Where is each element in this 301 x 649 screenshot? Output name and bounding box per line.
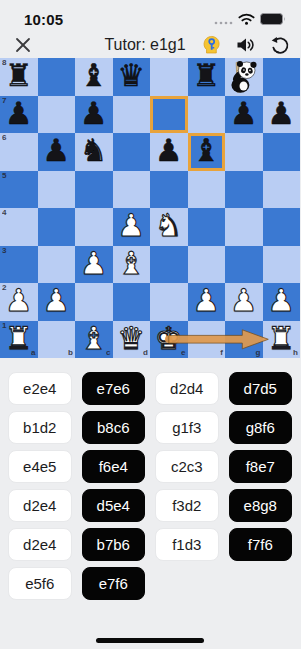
square-f1[interactable]: f: [188, 321, 226, 359]
square-h6[interactable]: [263, 133, 301, 171]
move-button-g8f6[interactable]: g8f6: [229, 411, 293, 444]
square-b8[interactable]: [38, 58, 76, 96]
file-label-h: h: [293, 349, 298, 357]
move-button-f3d2[interactable]: f3d2: [155, 489, 219, 522]
white-king: ♚: [155, 323, 183, 354]
white-pawn: ♟: [5, 285, 33, 316]
battery-icon: [260, 13, 286, 25]
square-e2[interactable]: [150, 283, 188, 321]
black-bishop: ♝: [80, 60, 108, 91]
square-h3[interactable]: [263, 246, 301, 284]
white-pawn: ♟: [42, 285, 70, 316]
black-knight: ♞: [80, 135, 108, 166]
square-c3[interactable]: ♟: [75, 246, 113, 284]
square-d3[interactable]: ♝: [113, 246, 151, 284]
square-c6[interactable]: ♞: [75, 133, 113, 171]
black-queen: ♛: [117, 60, 145, 91]
panda-king-avatar: [226, 59, 262, 95]
cellular-signal-icon: [214, 13, 233, 25]
square-a2[interactable]: ♟2: [0, 283, 38, 321]
move-button-b7b6[interactable]: b7b6: [82, 528, 146, 561]
move-button-e7e6[interactable]: e7e6: [82, 372, 146, 405]
move-button-d5e4[interactable]: d5e4: [82, 489, 146, 522]
move-button-d2e4[interactable]: d2e4: [8, 489, 72, 522]
square-d1[interactable]: ♛d: [113, 321, 151, 359]
square-f8[interactable]: ♜: [188, 58, 226, 96]
square-e6[interactable]: ♟: [150, 133, 188, 171]
move-button-e2e4[interactable]: e2e4: [8, 372, 72, 405]
square-e7[interactable]: [150, 96, 188, 134]
square-b3[interactable]: [38, 246, 76, 284]
square-c8[interactable]: ♝: [75, 58, 113, 96]
square-c7[interactable]: ♟: [75, 96, 113, 134]
square-g8[interactable]: [225, 58, 263, 96]
white-rook: ♜: [5, 323, 33, 354]
rank-label-5: 5: [2, 172, 6, 180]
white-pawn: ♟: [80, 248, 108, 279]
white-bishop: ♝: [117, 248, 145, 279]
move-button-e5f6[interactable]: e5f6: [8, 567, 72, 600]
black-pawn: ♟: [267, 98, 295, 129]
move-grid: e2e4e7e6d2d4d7d5b1d2b8c6g1f3g8f6e4e5f6e4…: [8, 372, 292, 600]
rank-label-6: 6: [2, 134, 6, 142]
rank-label-8: 8: [2, 59, 6, 67]
status-time: 10:05: [24, 11, 63, 28]
square-a7[interactable]: ♟7: [0, 96, 38, 134]
white-pawn: ♟: [267, 285, 295, 316]
square-h7[interactable]: ♟: [263, 96, 301, 134]
square-c4[interactable]: [75, 208, 113, 246]
tutor-title: Tutor: e1g1: [104, 36, 185, 54]
square-e4[interactable]: ♞: [150, 208, 188, 246]
rank-label-3: 3: [2, 247, 6, 255]
file-label-g: g: [256, 349, 261, 357]
white-pawn: ♟: [230, 285, 258, 316]
square-b4[interactable]: [38, 208, 76, 246]
file-label-b: b: [68, 349, 73, 357]
square-d4[interactable]: ♟: [113, 208, 151, 246]
move-button-e8g8[interactable]: e8g8: [229, 489, 293, 522]
square-h8[interactable]: [263, 58, 301, 96]
tutor-hint-icon[interactable]: [201, 34, 222, 55]
square-f7[interactable]: [188, 96, 226, 134]
rank-label-1: 1: [2, 322, 6, 330]
move-button-g1f3[interactable]: g1f3: [155, 411, 219, 444]
white-pawn: ♟: [192, 285, 220, 316]
black-pawn: ♟: [42, 135, 70, 166]
status-icons: [214, 13, 286, 25]
square-d6[interactable]: [113, 133, 151, 171]
square-a6[interactable]: 6: [0, 133, 38, 171]
square-a4[interactable]: 4: [0, 208, 38, 246]
square-d5[interactable]: [113, 171, 151, 209]
nav-bar: Tutor: e1g1: [0, 32, 300, 59]
black-rook: ♜: [192, 60, 220, 91]
square-f3[interactable]: [188, 246, 226, 284]
white-knight: ♞: [155, 210, 183, 241]
black-pawn: ♟: [230, 98, 258, 129]
sound-icon[interactable]: [235, 34, 256, 55]
white-pawn: ♟: [117, 210, 145, 241]
square-g3[interactable]: [225, 246, 263, 284]
square-e8[interactable]: [150, 58, 188, 96]
move-button-d7d5[interactable]: d7d5: [229, 372, 293, 405]
rank-label-2: 2: [2, 284, 6, 292]
square-h4[interactable]: [263, 208, 301, 246]
header-icons: [201, 34, 290, 55]
rank-label-7: 7: [2, 97, 6, 105]
square-d7[interactable]: [113, 96, 151, 134]
square-c5[interactable]: [75, 171, 113, 209]
square-f2[interactable]: ♟: [188, 283, 226, 321]
square-g1[interactable]: g: [225, 321, 263, 359]
move-button-f1d3[interactable]: f1d3: [155, 528, 219, 561]
file-label-e: e: [181, 349, 185, 357]
move-button-e4e5[interactable]: e4e5: [8, 450, 72, 483]
chess-board: ♜8♝♛♜ ♟7♟♟♟6♟♞♟♝54♟♞3♟♝♟2♟♟♟♟♜1ab♝c♛d♚ef…: [0, 58, 300, 358]
home-indicator: [96, 638, 204, 643]
square-f6[interactable]: ♝: [188, 133, 226, 171]
move-button-f6e4[interactable]: f6e4: [82, 450, 146, 483]
file-label-f: f: [220, 349, 223, 357]
square-c1[interactable]: ♝c: [75, 321, 113, 359]
square-d8[interactable]: ♛: [113, 58, 151, 96]
move-button-c2c3[interactable]: c2c3: [155, 450, 219, 483]
status-bar: 10:05: [0, 0, 300, 32]
square-h2[interactable]: ♟: [263, 283, 301, 321]
move-button-f7f6[interactable]: f7f6: [229, 528, 293, 561]
restart-icon[interactable]: [269, 34, 290, 55]
square-g4[interactable]: [225, 208, 263, 246]
wifi-icon: [238, 13, 255, 25]
file-label-a: a: [31, 349, 35, 357]
square-h1[interactable]: ♜h: [263, 321, 301, 359]
square-f4[interactable]: [188, 208, 226, 246]
square-g5[interactable]: [225, 171, 263, 209]
square-h5[interactable]: [263, 171, 301, 209]
white-queen: ♛: [117, 323, 145, 354]
black-pawn: ♟: [5, 98, 33, 129]
move-button-b1d2[interactable]: b1d2: [8, 411, 72, 444]
square-g7[interactable]: ♟: [225, 96, 263, 134]
square-e5[interactable]: [150, 171, 188, 209]
move-button-f8e7[interactable]: f8e7: [229, 450, 293, 483]
file-label-c: c: [106, 349, 110, 357]
square-d2[interactable]: [113, 283, 151, 321]
square-a8[interactable]: ♜8: [0, 58, 38, 96]
move-button-e7f6[interactable]: e7f6: [82, 567, 146, 600]
square-a1[interactable]: ♜1a: [0, 321, 38, 359]
square-e1[interactable]: ♚e: [150, 321, 188, 359]
square-e3[interactable]: [150, 246, 188, 284]
square-b5[interactable]: [38, 171, 76, 209]
black-bishop: ♝: [192, 135, 220, 166]
white-bishop: ♝: [80, 323, 108, 354]
square-g6[interactable]: [225, 133, 263, 171]
square-c2[interactable]: [75, 283, 113, 321]
white-rook: ♜: [267, 323, 295, 354]
close-icon[interactable]: [14, 36, 32, 54]
square-a5[interactable]: 5: [0, 171, 38, 209]
square-b7[interactable]: [38, 96, 76, 134]
move-button-d2d4[interactable]: d2d4: [155, 372, 219, 405]
move-button-d2e4[interactable]: d2e4: [8, 528, 72, 561]
rank-label-4: 4: [2, 209, 6, 217]
black-pawn: ♟: [155, 135, 183, 166]
square-f5[interactable]: [188, 171, 226, 209]
square-a3[interactable]: 3: [0, 246, 38, 284]
black-rook: ♜: [5, 60, 33, 91]
square-b2[interactable]: ♟: [38, 283, 76, 321]
file-label-d: d: [143, 349, 148, 357]
square-g2[interactable]: ♟: [225, 283, 263, 321]
black-pawn: ♟: [80, 98, 108, 129]
square-b6[interactable]: ♟: [38, 133, 76, 171]
move-button-b8c6[interactable]: b8c6: [82, 411, 146, 444]
square-b1[interactable]: b: [38, 321, 76, 359]
